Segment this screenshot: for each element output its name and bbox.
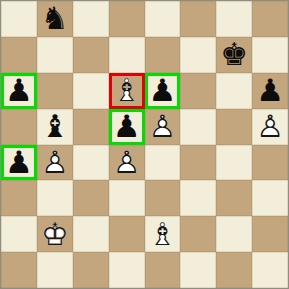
square-e2[interactable]: ♝♗ <box>145 216 181 252</box>
piece-black-pawn[interactable]: ♟ <box>145 73 181 109</box>
square-b4[interactable]: ♟♙ <box>37 145 73 181</box>
square-f2[interactable] <box>180 216 216 252</box>
square-a6[interactable]: ♟ <box>1 73 37 109</box>
square-g2[interactable] <box>216 216 252 252</box>
square-c4[interactable] <box>73 145 109 181</box>
piece-white-pawn[interactable]: ♟♙ <box>252 109 288 145</box>
piece-black-pawn[interactable]: ♟ <box>252 73 288 109</box>
square-b3[interactable] <box>37 180 73 216</box>
square-f4[interactable] <box>180 145 216 181</box>
square-d3[interactable] <box>109 180 145 216</box>
square-c7[interactable] <box>73 37 109 73</box>
black-bishop-glyph: ♝ <box>37 109 73 145</box>
chess-board-frame: ♞♚♟♝♗♟♟♝♟♟♙♟♙♟♟♙♟♙♚♔♝♗ <box>0 0 289 289</box>
square-d7[interactable] <box>109 37 145 73</box>
black-pawn-glyph: ♟ <box>1 145 37 181</box>
square-g1[interactable] <box>216 252 252 288</box>
black-pawn-glyph: ♟ <box>109 109 145 145</box>
square-h6[interactable]: ♟ <box>252 73 288 109</box>
square-e8[interactable] <box>145 1 181 37</box>
square-b7[interactable] <box>37 37 73 73</box>
square-d8[interactable] <box>109 1 145 37</box>
square-e5[interactable]: ♟♙ <box>145 109 181 145</box>
square-c6[interactable] <box>73 73 109 109</box>
square-d6[interactable]: ♝♗ <box>109 73 145 109</box>
piece-white-bishop[interactable]: ♝♗ <box>109 73 145 109</box>
square-f7[interactable] <box>180 37 216 73</box>
chess-board: ♞♚♟♝♗♟♟♝♟♟♙♟♙♟♟♙♟♙♚♔♝♗ <box>1 1 288 288</box>
black-knight-glyph: ♞ <box>37 1 73 37</box>
square-e1[interactable] <box>145 252 181 288</box>
square-g4[interactable] <box>216 145 252 181</box>
square-h8[interactable] <box>252 1 288 37</box>
square-e3[interactable] <box>145 180 181 216</box>
piece-black-pawn[interactable]: ♟ <box>109 109 145 145</box>
square-f5[interactable] <box>180 109 216 145</box>
white-pawn-glyph-outline: ♙ <box>109 145 145 181</box>
square-g5[interactable] <box>216 109 252 145</box>
square-h5[interactable]: ♟♙ <box>252 109 288 145</box>
square-f1[interactable] <box>180 252 216 288</box>
square-a4[interactable]: ♟ <box>1 145 37 181</box>
square-h2[interactable] <box>252 216 288 252</box>
square-a5[interactable] <box>1 109 37 145</box>
piece-black-knight[interactable]: ♞ <box>37 1 73 37</box>
square-f8[interactable] <box>180 1 216 37</box>
square-h3[interactable] <box>252 180 288 216</box>
piece-black-bishop[interactable]: ♝ <box>37 109 73 145</box>
square-e6[interactable]: ♟ <box>145 73 181 109</box>
square-b8[interactable]: ♞ <box>37 1 73 37</box>
white-bishop-glyph-outline: ♗ <box>109 73 145 109</box>
square-d1[interactable] <box>109 252 145 288</box>
square-b6[interactable] <box>37 73 73 109</box>
white-pawn-glyph-outline: ♙ <box>252 109 288 145</box>
square-b2[interactable]: ♚♔ <box>37 216 73 252</box>
square-c3[interactable] <box>73 180 109 216</box>
square-d2[interactable] <box>109 216 145 252</box>
piece-white-pawn[interactable]: ♟♙ <box>145 109 181 145</box>
piece-black-king[interactable]: ♚ <box>216 37 252 73</box>
black-king-glyph: ♚ <box>216 37 252 73</box>
white-king-glyph-outline: ♔ <box>37 216 73 252</box>
square-g6[interactable] <box>216 73 252 109</box>
square-a1[interactable] <box>1 252 37 288</box>
square-a3[interactable] <box>1 180 37 216</box>
piece-white-pawn[interactable]: ♟♙ <box>109 145 145 181</box>
square-d4[interactable]: ♟♙ <box>109 145 145 181</box>
piece-black-pawn[interactable]: ♟ <box>1 73 37 109</box>
square-h1[interactable] <box>252 252 288 288</box>
square-f3[interactable] <box>180 180 216 216</box>
square-h4[interactable] <box>252 145 288 181</box>
square-g7[interactable]: ♚ <box>216 37 252 73</box>
square-b5[interactable]: ♝ <box>37 109 73 145</box>
square-c1[interactable] <box>73 252 109 288</box>
square-c5[interactable] <box>73 109 109 145</box>
square-a2[interactable] <box>1 216 37 252</box>
square-e4[interactable] <box>145 145 181 181</box>
piece-white-pawn[interactable]: ♟♙ <box>37 145 73 181</box>
piece-white-bishop[interactable]: ♝♗ <box>145 216 181 252</box>
square-e7[interactable] <box>145 37 181 73</box>
square-g3[interactable] <box>216 180 252 216</box>
square-d5[interactable]: ♟ <box>109 109 145 145</box>
black-pawn-glyph: ♟ <box>1 73 37 109</box>
white-pawn-glyph-outline: ♙ <box>145 109 181 145</box>
square-f6[interactable] <box>180 73 216 109</box>
square-c2[interactable] <box>73 216 109 252</box>
square-g8[interactable] <box>216 1 252 37</box>
black-pawn-glyph: ♟ <box>252 73 288 109</box>
white-pawn-glyph-outline: ♙ <box>37 145 73 181</box>
square-h7[interactable] <box>252 37 288 73</box>
square-c8[interactable] <box>73 1 109 37</box>
piece-white-king[interactable]: ♚♔ <box>37 216 73 252</box>
black-pawn-glyph: ♟ <box>145 73 181 109</box>
square-b1[interactable] <box>37 252 73 288</box>
white-bishop-glyph-outline: ♗ <box>145 216 181 252</box>
square-a8[interactable] <box>1 1 37 37</box>
square-a7[interactable] <box>1 37 37 73</box>
piece-black-pawn[interactable]: ♟ <box>1 145 37 181</box>
